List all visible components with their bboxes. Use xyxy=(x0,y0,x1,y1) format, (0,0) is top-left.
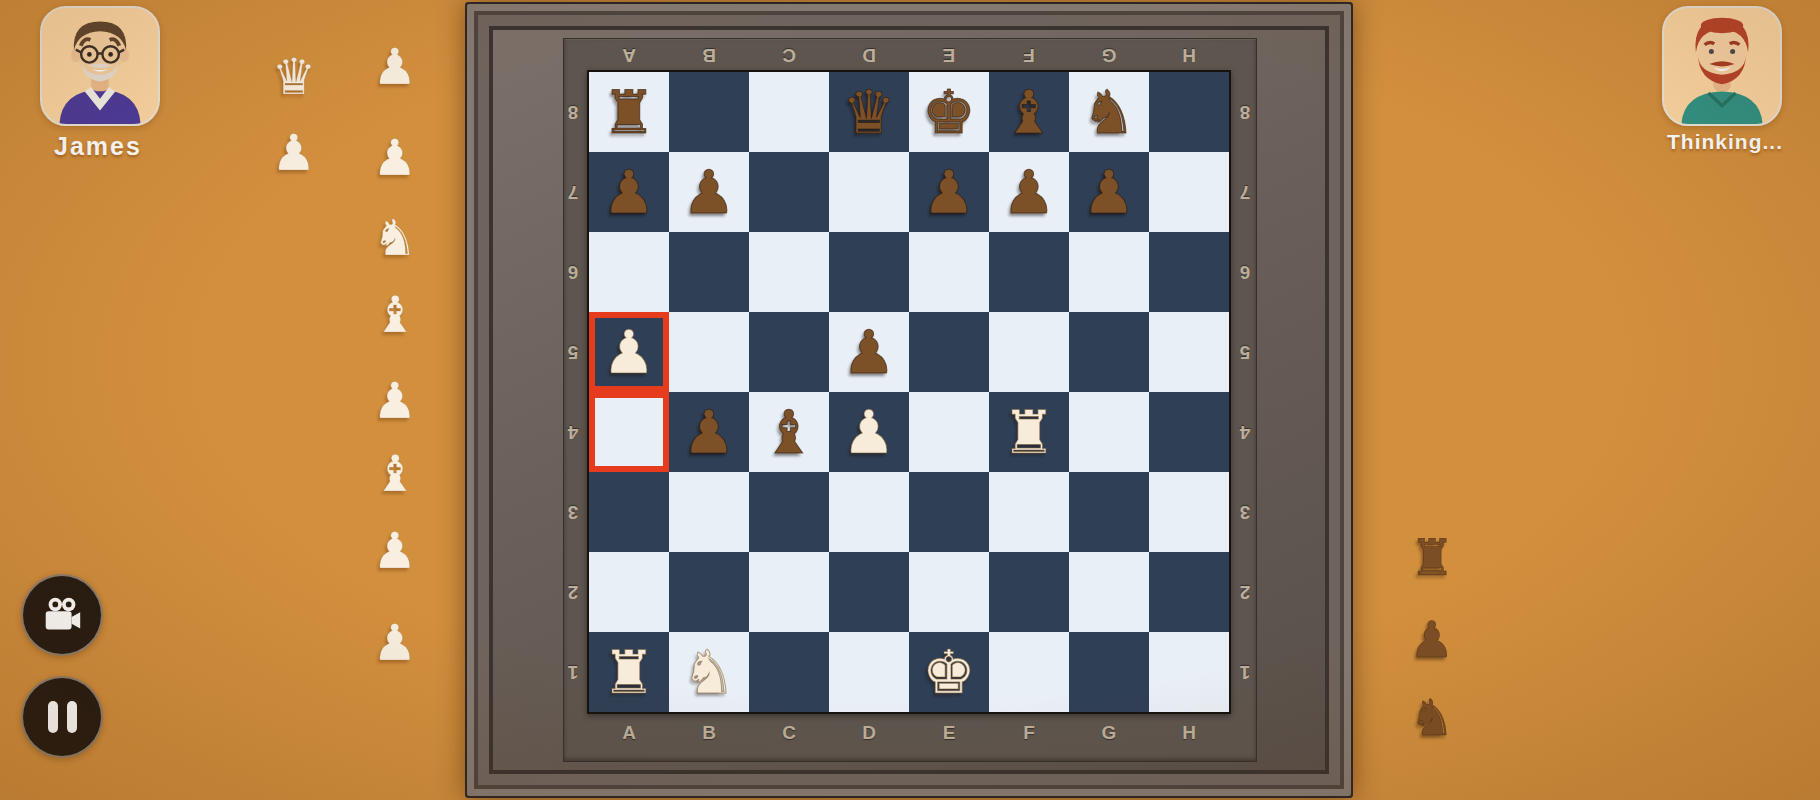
square-e5[interactable] xyxy=(909,312,989,392)
square-a3[interactable] xyxy=(589,472,669,552)
record-video-button[interactable] xyxy=(21,574,103,656)
rank-label-left-5: 5 xyxy=(561,312,585,392)
square-d2[interactable] xyxy=(829,552,909,632)
captured-black-rook: ♜ xyxy=(1400,526,1464,590)
square-h3[interactable] xyxy=(1149,472,1229,552)
file-label-top-c: C xyxy=(749,40,829,70)
file-label-bottom-e: E xyxy=(909,718,989,748)
square-e1[interactable]: ♚ xyxy=(909,632,989,712)
square-b4[interactable]: ♟ xyxy=(669,392,749,472)
rank-label-right-6: 6 xyxy=(1233,232,1257,312)
captured-white-pawn: ♟ xyxy=(363,369,427,433)
square-h8[interactable] xyxy=(1149,72,1229,152)
black-pawn[interactable]: ♟ xyxy=(842,314,896,390)
pause-icon xyxy=(48,701,77,733)
square-c1[interactable] xyxy=(749,632,829,712)
rank-label-right-5: 5 xyxy=(1233,312,1257,392)
square-g8[interactable]: ♞ xyxy=(1069,72,1149,152)
black-pawn[interactable]: ♟ xyxy=(602,154,656,230)
square-d7[interactable] xyxy=(829,152,909,232)
file-label-bottom-b: B xyxy=(669,718,749,748)
square-b1[interactable]: ♞ xyxy=(669,632,749,712)
rank-label-left-8: 8 xyxy=(561,72,585,152)
player-right-status: Thinking... xyxy=(1640,130,1810,154)
file-label-top-d: D xyxy=(829,40,909,70)
square-f6[interactable] xyxy=(989,232,1069,312)
square-e3[interactable] xyxy=(909,472,989,552)
square-d6[interactable] xyxy=(829,232,909,312)
square-d3[interactable] xyxy=(829,472,909,552)
square-f2[interactable] xyxy=(989,552,1069,632)
captured-white-bishop: ♝ xyxy=(363,442,427,506)
file-label-top-g: G xyxy=(1069,40,1149,70)
captured-white-pawn: ♟ xyxy=(363,35,427,99)
square-d5[interactable]: ♟ xyxy=(829,312,909,392)
square-e2[interactable] xyxy=(909,552,989,632)
square-g5[interactable] xyxy=(1069,312,1149,392)
rank-label-right-1: 1 xyxy=(1233,632,1257,712)
square-a5[interactable]: ♟ xyxy=(589,312,669,392)
square-h5[interactable] xyxy=(1149,312,1229,392)
rank-label-left-2: 2 xyxy=(561,552,585,632)
square-g7[interactable]: ♟ xyxy=(1069,152,1149,232)
rank-label-right-2: 2 xyxy=(1233,552,1257,632)
black-queen[interactable]: ♛ xyxy=(842,74,896,150)
square-h6[interactable] xyxy=(1149,232,1229,312)
black-pawn[interactable]: ♟ xyxy=(1002,154,1056,230)
black-pawn[interactable]: ♟ xyxy=(1082,154,1136,230)
black-bishop[interactable]: ♝ xyxy=(1002,74,1056,150)
rank-label-left-3: 3 xyxy=(561,472,585,552)
square-f1[interactable] xyxy=(989,632,1069,712)
rank-label-left-7: 7 xyxy=(561,152,585,232)
square-d8[interactable]: ♛ xyxy=(829,72,909,152)
man-glasses-avatar-icon xyxy=(42,8,158,124)
white-king[interactable]: ♚ xyxy=(922,634,976,710)
square-c6[interactable] xyxy=(749,232,829,312)
square-g1[interactable] xyxy=(1069,632,1149,712)
square-g3[interactable] xyxy=(1069,472,1149,552)
square-g2[interactable] xyxy=(1069,552,1149,632)
captured-white-pawn: ♟ xyxy=(363,126,427,190)
black-knight[interactable]: ♞ xyxy=(1082,74,1136,150)
captured-black-knight: ♞ xyxy=(1400,686,1464,750)
white-rook[interactable]: ♜ xyxy=(1002,394,1056,470)
file-label-bottom-g: G xyxy=(1069,718,1149,748)
square-f3[interactable] xyxy=(989,472,1069,552)
file-label-top-f: F xyxy=(989,40,1069,70)
rank-label-right-3: 3 xyxy=(1233,472,1257,552)
square-f7[interactable]: ♟ xyxy=(989,152,1069,232)
file-label-bottom-a: A xyxy=(589,718,669,748)
rank-label-left-1: 1 xyxy=(561,632,585,712)
square-c7[interactable] xyxy=(749,152,829,232)
captured-white-pawn: ♟ xyxy=(363,519,427,583)
rank-label-left-6: 6 xyxy=(561,232,585,312)
square-e8[interactable]: ♚ xyxy=(909,72,989,152)
file-label-top-h: H xyxy=(1149,40,1229,70)
square-e6[interactable] xyxy=(909,232,989,312)
black-bishop[interactable]: ♝ xyxy=(762,394,816,470)
square-c2[interactable] xyxy=(749,552,829,632)
square-a6[interactable] xyxy=(589,232,669,312)
file-label-bottom-h: H xyxy=(1149,718,1229,748)
captured-white-queen: ♛ xyxy=(262,45,326,109)
square-b6[interactable] xyxy=(669,232,749,312)
square-h7[interactable] xyxy=(1149,152,1229,232)
square-h2[interactable] xyxy=(1149,552,1229,632)
rank-label-right-4: 4 xyxy=(1233,392,1257,472)
square-c5[interactable] xyxy=(749,312,829,392)
square-f5[interactable] xyxy=(989,312,1069,392)
black-pawn[interactable]: ♟ xyxy=(922,154,976,230)
file-label-top-e: E xyxy=(909,40,989,70)
square-c3[interactable] xyxy=(749,472,829,552)
file-label-top-a: A xyxy=(589,40,669,70)
square-a2[interactable] xyxy=(589,552,669,632)
square-d4[interactable]: ♟ xyxy=(829,392,909,472)
player-right-avatar xyxy=(1662,6,1782,126)
square-b2[interactable] xyxy=(669,552,749,632)
square-h1[interactable] xyxy=(1149,632,1229,712)
captured-white-pawn: ♟ xyxy=(262,121,326,185)
black-rook[interactable]: ♜ xyxy=(602,74,656,150)
square-h4[interactable] xyxy=(1149,392,1229,472)
captured-white-bishop: ♝ xyxy=(363,283,427,347)
captured-black-pawn: ♟ xyxy=(1400,608,1464,672)
square-c4[interactable]: ♝ xyxy=(749,392,829,472)
square-b5[interactable] xyxy=(669,312,749,392)
captured-white-knight: ♞ xyxy=(363,206,427,270)
white-pawn[interactable]: ♟ xyxy=(842,394,896,470)
movie-camera-icon xyxy=(39,592,85,638)
rank-label-right-8: 8 xyxy=(1233,72,1257,152)
chess-board[interactable]: ♜♛♚♝♞♟♟♟♟♟♟♟♟♝♟♜♜♞♚ xyxy=(587,70,1231,714)
square-f4[interactable]: ♜ xyxy=(989,392,1069,472)
square-b8[interactable] xyxy=(669,72,749,152)
square-g6[interactable] xyxy=(1069,232,1149,312)
player-left-name: James xyxy=(20,132,176,161)
man-red-beard-avatar-icon xyxy=(1664,8,1780,124)
black-king[interactable]: ♚ xyxy=(922,74,976,150)
square-e4[interactable] xyxy=(909,392,989,472)
square-d1[interactable] xyxy=(829,632,909,712)
black-pawn[interactable]: ♟ xyxy=(682,394,736,470)
file-label-bottom-d: D xyxy=(829,718,909,748)
captured-white-pawn: ♟ xyxy=(363,611,427,675)
player-left-avatar xyxy=(40,6,160,126)
file-label-bottom-f: F xyxy=(989,718,1069,748)
square-a1[interactable]: ♜ xyxy=(589,632,669,712)
square-g4[interactable] xyxy=(1069,392,1149,472)
white-pawn[interactable]: ♟ xyxy=(602,314,656,390)
chess-app-screen: ♜♛♚♝♞♟♟♟♟♟♟♟♟♝♟♜♜♞♚ AABBCCDDEEFFGGHH8877… xyxy=(0,0,1820,800)
square-b3[interactable] xyxy=(669,472,749,552)
rank-label-left-4: 4 xyxy=(561,392,585,472)
file-label-bottom-c: C xyxy=(749,718,829,748)
square-a4[interactable] xyxy=(589,392,669,472)
square-b7[interactable]: ♟ xyxy=(669,152,749,232)
square-a7[interactable]: ♟ xyxy=(589,152,669,232)
pause-button[interactable] xyxy=(21,676,103,758)
white-rook[interactable]: ♜ xyxy=(602,634,656,710)
file-label-top-b: B xyxy=(669,40,749,70)
white-knight[interactable]: ♞ xyxy=(682,634,736,710)
square-f8[interactable]: ♝ xyxy=(989,72,1069,152)
square-e7[interactable]: ♟ xyxy=(909,152,989,232)
square-c8[interactable] xyxy=(749,72,829,152)
square-a8[interactable]: ♜ xyxy=(589,72,669,152)
black-pawn[interactable]: ♟ xyxy=(682,154,736,230)
rank-label-right-7: 7 xyxy=(1233,152,1257,232)
